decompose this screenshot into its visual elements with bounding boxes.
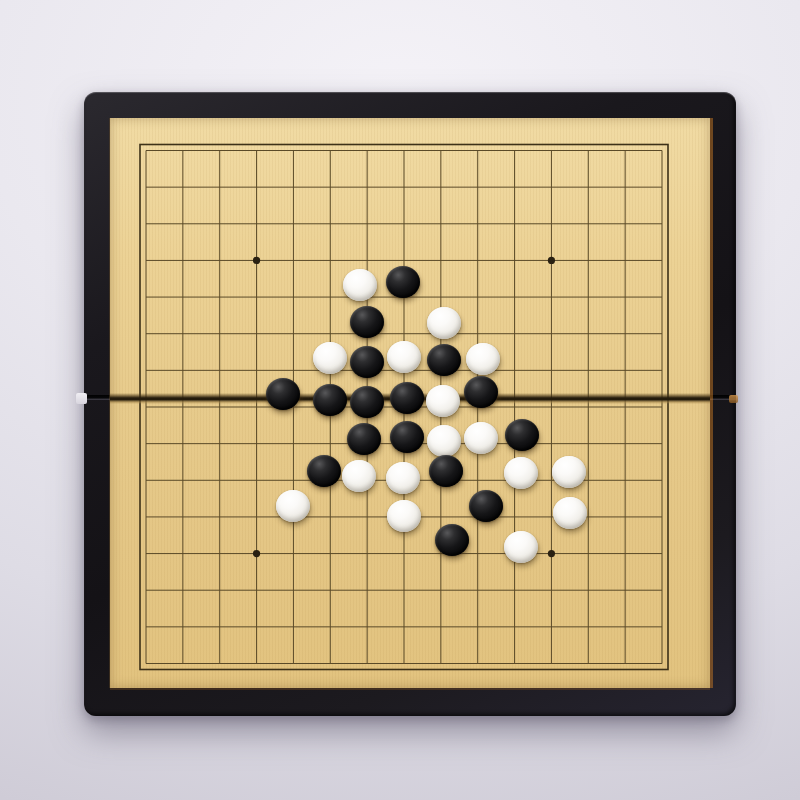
right-hinge-notch <box>729 395 738 403</box>
white-stone-c6r7 <box>313 342 347 374</box>
white-stone-c11r10 <box>504 457 538 489</box>
white-stone-c11r12 <box>504 531 538 563</box>
black-stone-c6r8 <box>313 384 347 416</box>
white-stone-c5r11 <box>276 490 310 522</box>
white-stone-c8r11 <box>387 500 421 532</box>
white-stone-c8r7 <box>387 341 421 373</box>
white-stone-c7r5 <box>343 269 377 301</box>
black-stone-c10r11 <box>469 490 503 522</box>
black-stone-c11r9 <box>505 419 539 451</box>
white-stone-c10r7 <box>466 343 500 375</box>
black-stone-c9r10 <box>429 455 463 487</box>
photo-background <box>0 0 800 800</box>
left-hinge-notch <box>76 393 87 404</box>
black-stone-c7r9 <box>347 423 381 455</box>
white-stone-c7r10 <box>342 460 376 492</box>
black-stone-c7r8 <box>350 386 384 418</box>
white-stone-c10r9 <box>464 422 498 454</box>
black-stone-c6r10 <box>307 455 341 487</box>
white-stone-c8r10 <box>386 462 420 494</box>
black-stone-c9r7 <box>427 344 461 376</box>
white-stone-c12r10 <box>552 456 586 488</box>
white-stone-c12r11 <box>553 497 587 529</box>
black-stone-c8r8 <box>390 382 424 414</box>
black-stone-c8r5 <box>386 266 420 298</box>
white-stone-c9r6 <box>427 307 461 339</box>
black-stone-c8r9 <box>390 421 424 453</box>
white-stone-c9r9 <box>427 425 461 457</box>
black-stone-c10r8 <box>464 376 498 408</box>
black-stone-c7r6 <box>350 306 384 338</box>
black-stone-c5r8 <box>266 378 300 410</box>
black-stone-c9r12 <box>435 524 469 556</box>
black-stone-c7r7 <box>350 346 384 378</box>
white-stone-c9r8 <box>426 385 460 417</box>
